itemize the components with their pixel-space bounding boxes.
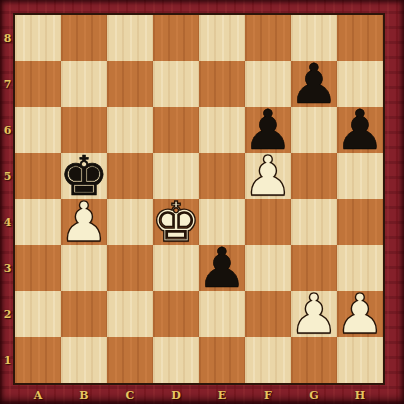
square-e7[interactable] [199, 61, 245, 107]
square-e6[interactable] [199, 107, 245, 153]
square-c5[interactable] [107, 153, 153, 199]
square-b3[interactable] [61, 245, 107, 291]
square-b8[interactable] [61, 15, 107, 61]
file-label-d: D [153, 386, 199, 404]
square-e5[interactable] [199, 153, 245, 199]
square-h2[interactable]: ♟ [337, 291, 383, 337]
file-label-g: G [291, 386, 337, 404]
square-c2[interactable] [107, 291, 153, 337]
square-f5[interactable]: ♟ [245, 153, 291, 199]
square-g5[interactable] [291, 153, 337, 199]
square-d6[interactable] [153, 107, 199, 153]
file-label-f: F [245, 386, 291, 404]
square-f2[interactable] [245, 291, 291, 337]
square-h6[interactable]: ♟ [337, 107, 383, 153]
square-g4[interactable] [291, 199, 337, 245]
square-c3[interactable] [107, 245, 153, 291]
square-f1[interactable] [245, 337, 291, 383]
rank-label-6: 6 [0, 107, 13, 153]
square-c4[interactable] [107, 199, 153, 245]
square-c6[interactable] [107, 107, 153, 153]
square-c7[interactable] [107, 61, 153, 107]
file-label-b: B [61, 386, 107, 404]
square-a1[interactable] [15, 337, 61, 383]
file-label-a: A [15, 386, 61, 404]
chess-board: ♟♟♟♚♟♟♚♟♟♟ [13, 13, 385, 385]
rank-label-2: 2 [0, 291, 13, 337]
black-pawn[interactable]: ♟ [291, 61, 337, 107]
square-d1[interactable] [153, 337, 199, 383]
rank-label-7: 7 [0, 61, 13, 107]
square-a2[interactable] [15, 291, 61, 337]
square-h8[interactable] [337, 15, 383, 61]
rank-label-8: 8 [0, 15, 13, 61]
square-h4[interactable] [337, 199, 383, 245]
file-label-h: H [337, 386, 383, 404]
square-g6[interactable] [291, 107, 337, 153]
square-e3[interactable]: ♟ [199, 245, 245, 291]
white-king[interactable]: ♚ [153, 199, 199, 245]
file-label-c: C [107, 386, 153, 404]
square-a3[interactable] [15, 245, 61, 291]
square-c1[interactable] [107, 337, 153, 383]
rank-label-3: 3 [0, 245, 13, 291]
square-b4[interactable]: ♟ [61, 199, 107, 245]
square-c8[interactable] [107, 15, 153, 61]
square-b2[interactable] [61, 291, 107, 337]
square-e1[interactable] [199, 337, 245, 383]
white-pawn[interactable]: ♟ [337, 291, 383, 337]
white-pawn[interactable]: ♟ [61, 199, 107, 245]
square-a6[interactable] [15, 107, 61, 153]
square-e2[interactable] [199, 291, 245, 337]
square-d2[interactable] [153, 291, 199, 337]
square-e8[interactable] [199, 15, 245, 61]
square-a8[interactable] [15, 15, 61, 61]
white-pawn[interactable]: ♟ [245, 153, 291, 199]
rank-label-5: 5 [0, 153, 13, 199]
square-g2[interactable]: ♟ [291, 291, 337, 337]
square-a4[interactable] [15, 199, 61, 245]
rank-labels: 8 7 6 5 4 3 2 1 [0, 15, 13, 383]
rank-label-4: 4 [0, 199, 13, 245]
square-b1[interactable] [61, 337, 107, 383]
square-a7[interactable] [15, 61, 61, 107]
file-label-e: E [199, 386, 245, 404]
square-f8[interactable] [245, 15, 291, 61]
square-h5[interactable] [337, 153, 383, 199]
square-a5[interactable] [15, 153, 61, 199]
chess-board-frame: 8 7 6 5 4 3 2 1 ♟♟♟♚♟♟♚♟♟♟ A B C D E F G… [0, 0, 404, 404]
file-labels: A B C D E F G H [15, 386, 383, 404]
white-pawn[interactable]: ♟ [291, 291, 337, 337]
square-f3[interactable] [245, 245, 291, 291]
black-pawn[interactable]: ♟ [199, 245, 245, 291]
square-g1[interactable] [291, 337, 337, 383]
square-d8[interactable] [153, 15, 199, 61]
square-d4[interactable]: ♚ [153, 199, 199, 245]
square-d7[interactable] [153, 61, 199, 107]
square-h1[interactable] [337, 337, 383, 383]
square-f4[interactable] [245, 199, 291, 245]
square-b7[interactable] [61, 61, 107, 107]
square-g7[interactable]: ♟ [291, 61, 337, 107]
black-pawn[interactable]: ♟ [337, 107, 383, 153]
square-d3[interactable] [153, 245, 199, 291]
rank-label-1: 1 [0, 337, 13, 383]
